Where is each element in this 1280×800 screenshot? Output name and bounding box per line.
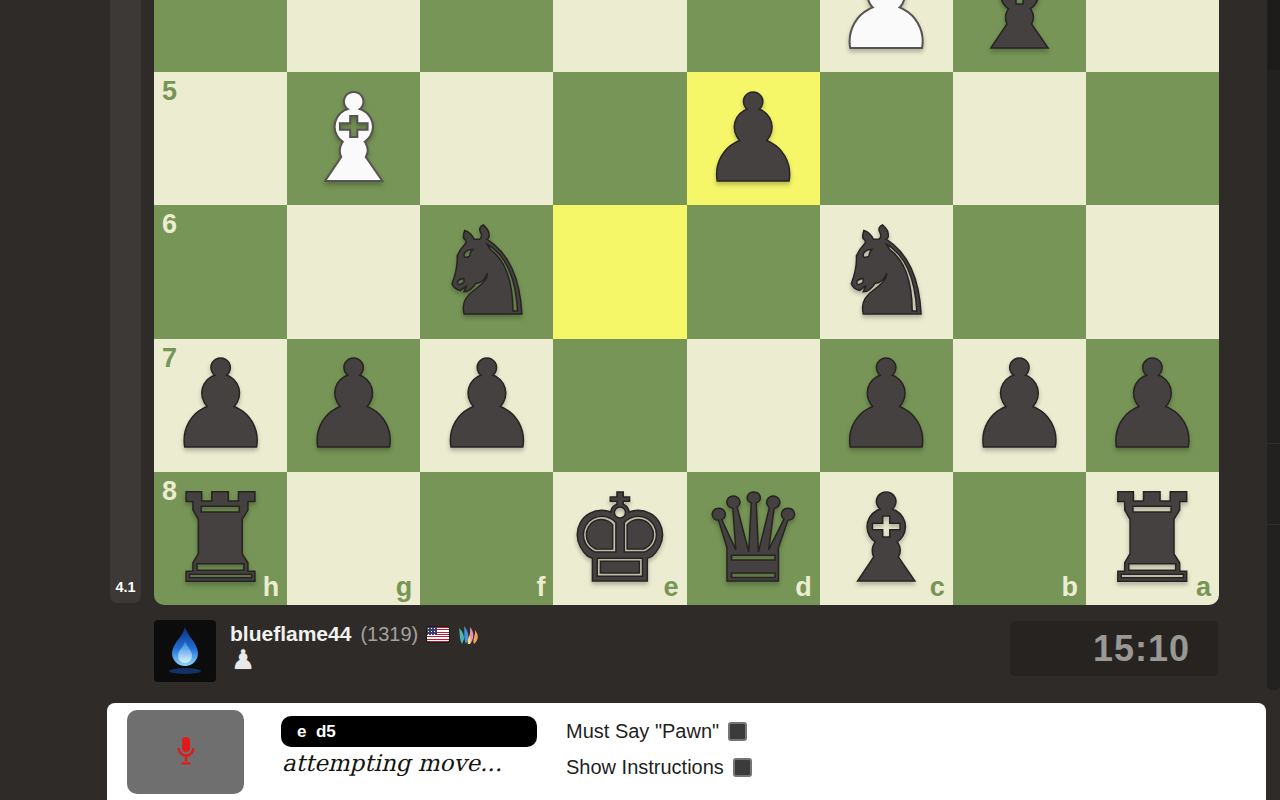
square-f7[interactable]: ♟ [420, 339, 553, 472]
file-label-g: g [396, 574, 413, 601]
file-label-f: f [536, 574, 545, 601]
player-clock: 15:10 [1010, 621, 1218, 676]
square-d5[interactable]: ♟ [687, 72, 820, 205]
voice-options: Must Say "Pawn"Show Instructions [566, 720, 752, 779]
rank-label-5: 5 [162, 78, 177, 105]
black-rook-a8[interactable]: ♜ [1086, 472, 1219, 605]
square-a6[interactable] [1086, 205, 1219, 338]
rank-label-6: 6 [162, 211, 177, 238]
microphone-icon [174, 735, 198, 769]
black-pawn-b7[interactable]: ♟ [953, 339, 1086, 472]
avatar[interactable] [154, 620, 216, 682]
black-rook-h8[interactable]: ♜ [154, 472, 287, 605]
square-h4[interactable] [154, 0, 287, 72]
us-flag-icon [427, 627, 449, 642]
square-b8[interactable]: b [953, 472, 1086, 605]
option-checkbox-0[interactable] [728, 722, 747, 741]
black-pawn-c7[interactable]: ♟ [820, 339, 953, 472]
black-pawn-h7[interactable]: ♟ [154, 339, 287, 472]
black-queen-d8[interactable]: ♛ [687, 472, 820, 605]
square-c6[interactable]: ♞ [820, 205, 953, 338]
evaluation-value: 4.1 [110, 579, 141, 595]
square-b6[interactable] [953, 205, 1086, 338]
rail-divider [1267, 443, 1280, 444]
square-b4[interactable]: ♝ [953, 0, 1086, 72]
black-bishop-c8[interactable]: ♝ [820, 472, 953, 605]
square-g5[interactable]: ♝ [287, 72, 420, 205]
square-a7[interactable]: ♟ [1086, 339, 1219, 472]
square-d8[interactable]: d♛ [687, 472, 820, 605]
option-row-1: Show Instructions [566, 756, 752, 779]
square-e6[interactable] [553, 205, 686, 338]
file-label-b: b [1061, 574, 1078, 601]
option-checkbox-1[interactable] [733, 758, 752, 777]
black-pawn-g7[interactable]: ♟ [287, 339, 420, 472]
white-bishop-g5[interactable]: ♝ [287, 72, 420, 205]
square-c8[interactable]: c♝ [820, 472, 953, 605]
black-knight-c6[interactable]: ♞ [820, 206, 953, 339]
scrollbar-segment [1267, 0, 1280, 70]
white-pawn-c4[interactable]: ♟ [820, 0, 953, 72]
square-c5[interactable] [820, 72, 953, 205]
square-d4[interactable] [687, 0, 820, 72]
square-h8[interactable]: 8h♜ [154, 472, 287, 605]
player-bar: blueflame44 (1319) ♟ 15:10 [0, 605, 1280, 703]
square-h6[interactable]: 6 [154, 205, 287, 338]
black-pawn-a7[interactable]: ♟ [1086, 339, 1219, 472]
square-b7[interactable]: ♟ [953, 339, 1086, 472]
option-label-1: Show Instructions [566, 756, 724, 779]
option-row-0: Must Say "Pawn" [566, 720, 752, 743]
black-pawn-f7[interactable]: ♟ [420, 339, 553, 472]
black-bishop-b4[interactable]: ♝ [953, 0, 1086, 72]
evaluation-bar: 4.1 [110, 0, 141, 603]
player-rating: (1319) [360, 623, 418, 646]
square-c7[interactable]: ♟ [820, 339, 953, 472]
square-a8[interactable]: a♜ [1086, 472, 1219, 605]
square-f5[interactable] [420, 72, 553, 205]
square-c4[interactable]: ♟ [820, 0, 953, 72]
square-f4[interactable] [420, 0, 553, 72]
right-scrollbar[interactable] [1267, 0, 1280, 690]
square-g4[interactable] [287, 0, 420, 72]
rail-divider [1267, 524, 1280, 525]
square-f8[interactable]: f [420, 472, 553, 605]
voice-control-panel: e d5 attempting move... Must Say "Pawn"S… [107, 703, 1266, 800]
square-e7[interactable] [553, 339, 686, 472]
voice-command-input[interactable]: e d5 [281, 716, 537, 747]
square-a5[interactable] [1086, 72, 1219, 205]
square-g8[interactable]: g [287, 472, 420, 605]
square-g7[interactable]: ♟ [287, 339, 420, 472]
square-a4[interactable] [1086, 0, 1219, 72]
captured-white-pawn-icon: ♟ [231, 646, 255, 673]
square-g6[interactable] [287, 205, 420, 338]
black-knight-f6[interactable]: ♞ [420, 206, 553, 339]
square-h5[interactable]: 5 [154, 72, 287, 205]
player-username[interactable]: blueflame44 [230, 622, 351, 646]
square-e4[interactable] [553, 0, 686, 72]
square-e5[interactable] [553, 72, 686, 205]
square-b5[interactable] [953, 72, 1086, 205]
chess-board[interactable]: ♟♝5♝♟6♞♞7♟♟♟♟♟♟8h♜gfe♚d♛c♝ba♜ [154, 0, 1219, 605]
square-e8[interactable]: e♚ [553, 472, 686, 605]
blue-flame-avatar-icon [163, 625, 207, 677]
flair-flame-icon [458, 625, 479, 644]
square-h7[interactable]: 7♟ [154, 339, 287, 472]
black-pawn-d5[interactable]: ♟ [687, 72, 820, 205]
black-king-e8[interactable]: ♚ [553, 472, 686, 605]
option-label-0: Must Say "Pawn" [566, 720, 719, 743]
microphone-button[interactable] [127, 710, 244, 794]
voice-status-text: attempting move... [282, 750, 502, 776]
square-f6[interactable]: ♞ [420, 205, 553, 338]
square-d7[interactable] [687, 339, 820, 472]
square-d6[interactable] [687, 205, 820, 338]
